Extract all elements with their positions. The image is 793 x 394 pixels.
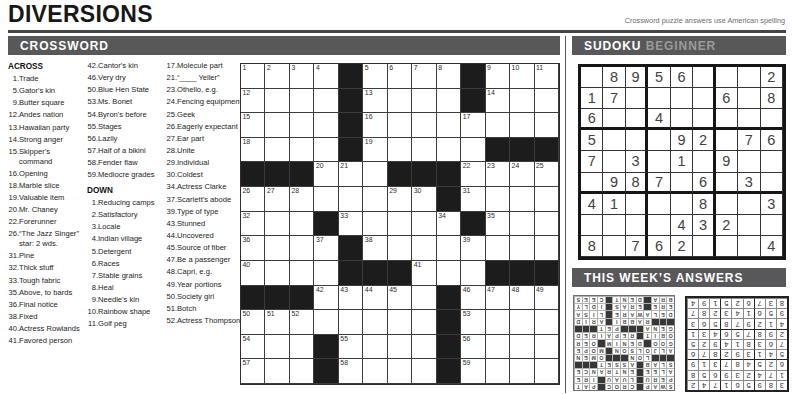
- crossword-cell[interactable]: [290, 359, 314, 384]
- crossword-answer-cell: P: [589, 383, 597, 390]
- crossword-cell[interactable]: 23: [486, 162, 510, 187]
- sudoku-empty-cell[interactable]: [603, 151, 625, 172]
- sudoku-answer-cell: 4: [687, 298, 698, 308]
- crossword-cell[interactable]: [510, 236, 534, 261]
- crossword-cell[interactable]: [486, 335, 510, 360]
- crossword-answer-cell: I: [589, 310, 597, 317]
- crossword-cell[interactable]: [314, 310, 338, 335]
- sudoku-answer-cell: 9: [765, 329, 776, 339]
- sudoku-empty-cell[interactable]: [648, 88, 670, 109]
- cell-number: 42: [316, 286, 324, 293]
- clue-item: 43.Stunned: [166, 219, 242, 229]
- crossword-cell[interactable]: [437, 89, 461, 114]
- sudoku-empty-cell[interactable]: [626, 194, 648, 215]
- sudoku-given-cell: 7: [738, 130, 760, 151]
- sudoku-empty-cell[interactable]: [761, 151, 783, 172]
- crossword-answer-cell: L: [582, 303, 590, 310]
- crossword-cell[interactable]: [265, 89, 289, 114]
- crossword-cell[interactable]: [388, 113, 412, 138]
- crossword-cell[interactable]: [535, 359, 559, 384]
- crossword-cell[interactable]: [388, 89, 412, 114]
- sudoku-empty-cell[interactable]: [671, 194, 693, 215]
- crossword-answer-cell: L: [636, 347, 644, 354]
- crossword-black-cell: [290, 162, 314, 187]
- clue-text: Actress Rowlands: [19, 324, 84, 334]
- clue-text: Strong anger: [19, 135, 84, 145]
- crossword-cell[interactable]: [388, 212, 412, 237]
- crossword-cell[interactable]: 2: [265, 64, 289, 89]
- crossword-cell[interactable]: 5: [363, 64, 387, 89]
- sudoku-answer-cell: 3: [698, 329, 709, 339]
- crossword-cell[interactable]: [339, 187, 363, 212]
- sudoku-answer-cell: 7: [776, 339, 787, 349]
- sudoku-empty-cell[interactable]: [603, 130, 625, 151]
- crossword-answer-cell: [651, 318, 659, 325]
- clue-number: 7.: [87, 271, 98, 281]
- crossword-cell[interactable]: 12: [241, 89, 265, 114]
- crossword-cell[interactable]: [388, 335, 412, 360]
- crossword-cell[interactable]: [412, 113, 436, 138]
- sudoku-empty-cell[interactable]: [581, 215, 603, 236]
- crossword-cell[interactable]: [265, 359, 289, 384]
- crossword-cell[interactable]: 10: [510, 64, 534, 89]
- crossword-cell[interactable]: [265, 236, 289, 261]
- crossword-cell[interactable]: [265, 335, 289, 360]
- crossword-section-title: CROSSWORD: [20, 39, 109, 53]
- sudoku-answer-cell: 3: [754, 339, 765, 349]
- sudoku-answer-cell: 6: [709, 370, 720, 380]
- crossword-cell[interactable]: [412, 138, 436, 163]
- crossword-cell[interactable]: 16: [363, 113, 387, 138]
- crossword-cell[interactable]: [314, 113, 338, 138]
- crossword-answer-cell: C: [628, 383, 636, 390]
- crossword-answer-cell: T: [612, 296, 620, 303]
- cell-number: 52: [291, 310, 299, 317]
- cell-number: 58: [340, 359, 348, 366]
- crossword-answer-cell: [628, 325, 636, 332]
- clue-number: 57.: [87, 146, 98, 156]
- crossword-cell[interactable]: [535, 187, 559, 212]
- sudoku-answer-cell: 1: [743, 308, 754, 318]
- crossword-answer-cell: [589, 361, 597, 368]
- crossword-cell[interactable]: [290, 212, 314, 237]
- clue-text: Valuable item: [19, 193, 84, 203]
- crossword-answer-cell: E: [628, 368, 636, 375]
- clue-number: 9.: [8, 98, 19, 108]
- crossword-cell[interactable]: [314, 138, 338, 163]
- crossword-cell[interactable]: 34: [437, 212, 461, 237]
- crossword-cell[interactable]: [535, 236, 559, 261]
- clue-item: 54.Byron's before: [87, 110, 163, 120]
- crossword-answer-cell: L: [659, 347, 667, 354]
- crossword-answer-cell: I: [589, 376, 597, 383]
- crossword-cell[interactable]: [388, 310, 412, 335]
- crossword-cell[interactable]: 26: [241, 187, 265, 212]
- sudoku-grid: 8956217686459276731998763418343287624: [578, 64, 786, 260]
- crossword-cell[interactable]: [437, 236, 461, 261]
- crossword-answer-cell: [643, 296, 651, 303]
- crossword-cell[interactable]: 58: [339, 359, 363, 384]
- crossword-cell[interactable]: [510, 359, 534, 384]
- cell-number: 50: [243, 310, 251, 317]
- sudoku-empty-cell[interactable]: [671, 173, 693, 194]
- crossword-cell[interactable]: 27: [265, 187, 289, 212]
- crossword-cell[interactable]: 29: [388, 187, 412, 212]
- sudoku-answer-cell: 8: [731, 359, 742, 369]
- crossword-cell[interactable]: [412, 359, 436, 384]
- crossword-cell[interactable]: 38: [363, 236, 387, 261]
- crossword-answer-cell: I: [597, 303, 605, 310]
- clue-number: 14.: [8, 135, 19, 145]
- crossword-answer-cell: R: [651, 376, 659, 383]
- crossword-cell[interactable]: 36: [241, 236, 265, 261]
- crossword-cell[interactable]: 30: [412, 187, 436, 212]
- crossword-cell[interactable]: [412, 89, 436, 114]
- sudoku-answer-cell: 5: [754, 359, 765, 369]
- crossword-cell[interactable]: 52: [290, 310, 314, 335]
- crossword-cell[interactable]: [290, 236, 314, 261]
- crossword-answer-cell: B: [659, 332, 667, 339]
- crossword-cell[interactable]: [461, 261, 485, 286]
- sudoku-empty-cell[interactable]: [626, 130, 648, 151]
- crossword-cell[interactable]: 1: [241, 64, 265, 89]
- crossword-answer-cell: O: [659, 339, 667, 346]
- crossword-cell[interactable]: [412, 286, 436, 311]
- crossword-cell[interactable]: [437, 138, 461, 163]
- crossword-cell[interactable]: 48: [510, 286, 534, 311]
- clue-text: Actress Clarke: [177, 182, 242, 192]
- crossword-cell[interactable]: 55: [339, 335, 363, 360]
- crossword-answer-cell: N: [620, 368, 628, 375]
- cell-number: 37: [316, 236, 324, 243]
- crossword-cell[interactable]: [363, 335, 387, 360]
- crossword-cell[interactable]: [388, 138, 412, 163]
- crossword-cell[interactable]: 41: [412, 261, 436, 286]
- crossword-answer-cell: E: [574, 347, 582, 354]
- crossword-cell[interactable]: [535, 310, 559, 335]
- sudoku-given-cell: 1: [671, 151, 693, 172]
- crossword-cell[interactable]: [388, 359, 412, 384]
- crossword-cell[interactable]: [510, 310, 534, 335]
- crossword-cell[interactable]: 15: [241, 113, 265, 138]
- crossword-cell[interactable]: 32: [241, 212, 265, 237]
- crossword-cell[interactable]: 53: [461, 310, 485, 335]
- crossword-black-cell: [339, 138, 363, 163]
- crossword-cell[interactable]: [265, 113, 289, 138]
- crossword-cell[interactable]: 37: [314, 236, 338, 261]
- crossword-cell[interactable]: [363, 310, 387, 335]
- crossword-cell[interactable]: 57: [241, 359, 265, 384]
- crossword-black-cell: [510, 138, 534, 163]
- sudoku-given-cell: 4: [648, 109, 670, 130]
- crossword-cell[interactable]: [290, 138, 314, 163]
- crossword-cell[interactable]: 18: [241, 138, 265, 163]
- sudoku-empty-cell[interactable]: [603, 236, 625, 257]
- diversions-page: DIVERSIONS Crossword puzzle answers use …: [0, 0, 793, 394]
- sudoku-answer-cell: 3: [687, 318, 698, 328]
- crossword-cell[interactable]: 49: [535, 286, 559, 311]
- column-divider: [565, 36, 566, 393]
- crossword-cell[interactable]: [412, 335, 436, 360]
- sudoku-empty-cell[interactable]: [671, 88, 693, 109]
- crossword-answer-cell: [574, 361, 582, 368]
- crossword-cell[interactable]: [363, 359, 387, 384]
- crossword-cell[interactable]: [486, 113, 510, 138]
- crossword-cell[interactable]: 14: [486, 89, 510, 114]
- crossword-cell[interactable]: 54: [241, 335, 265, 360]
- sudoku-empty-cell[interactable]: [693, 67, 715, 88]
- crossword-cell[interactable]: 50: [241, 310, 265, 335]
- cell-number: 32: [243, 212, 251, 219]
- crossword-black-cell: [461, 212, 485, 237]
- crossword-cell[interactable]: [314, 261, 338, 286]
- sudoku-empty-cell[interactable]: [648, 215, 670, 236]
- crossword-answer-cell: S: [612, 361, 620, 368]
- sudoku-empty-cell[interactable]: [693, 109, 715, 130]
- crossword-cell[interactable]: 6: [388, 64, 412, 89]
- sudoku-empty-cell[interactable]: [626, 215, 648, 236]
- sudoku-empty-cell[interactable]: [738, 67, 760, 88]
- sudoku-empty-cell[interactable]: [671, 109, 693, 130]
- sudoku-empty-cell[interactable]: [738, 109, 760, 130]
- crossword-cell[interactable]: [290, 113, 314, 138]
- crossword-cell[interactable]: [535, 113, 559, 138]
- sudoku-answer-cell: 9: [776, 308, 787, 318]
- crossword-cell[interactable]: [486, 236, 510, 261]
- crossword-cell[interactable]: [535, 89, 559, 114]
- crossword-cell[interactable]: [535, 212, 559, 237]
- crossword-cell[interactable]: [363, 212, 387, 237]
- clue-item: 47.Be a passenger: [166, 255, 242, 265]
- crossword-answer-cell: R: [643, 318, 651, 325]
- cell-number: 35: [487, 212, 495, 219]
- crossword-answer-cell: O: [612, 383, 620, 390]
- sudoku-empty-cell[interactable]: [716, 67, 738, 88]
- crossword-cell[interactable]: [510, 335, 534, 360]
- crossword-answer-cell: R: [659, 303, 667, 310]
- clue-item: 16.Opening: [8, 169, 84, 179]
- sudoku-answer-cell: 4: [754, 370, 765, 380]
- crossword-answer-cell: Y: [574, 303, 582, 310]
- crossword-cell[interactable]: [461, 138, 485, 163]
- sudoku-empty-cell[interactable]: [581, 67, 603, 88]
- crossword-cell[interactable]: 59: [461, 359, 485, 384]
- crossword-cell[interactable]: [265, 138, 289, 163]
- sudoku-answer-cell: 6: [754, 308, 765, 318]
- clue-item: 25.Geek: [166, 110, 242, 120]
- clue-item: 4.Indian village: [87, 234, 163, 244]
- crossword-answer-cell: O: [651, 339, 659, 346]
- crossword-cell[interactable]: [486, 310, 510, 335]
- crossword-cell[interactable]: 17: [461, 113, 485, 138]
- sudoku-empty-cell[interactable]: [603, 215, 625, 236]
- crossword-cell[interactable]: [486, 187, 510, 212]
- sudoku-empty-cell[interactable]: [693, 236, 715, 257]
- sudoku-empty-cell[interactable]: [738, 151, 760, 172]
- crossword-cell[interactable]: 33: [339, 212, 363, 237]
- crossword-answer-cell: P: [643, 383, 651, 390]
- cell-number: 7: [414, 64, 418, 71]
- sudoku-empty-cell[interactable]: [626, 88, 648, 109]
- sudoku-empty-cell[interactable]: [738, 236, 760, 257]
- sudoku-empty-cell[interactable]: [761, 109, 783, 130]
- crossword-black-cell: [339, 113, 363, 138]
- crossword-cell[interactable]: 4: [314, 64, 338, 89]
- crossword-answer-cell: A: [651, 296, 659, 303]
- crossword-cell[interactable]: 45: [388, 286, 412, 311]
- crossword-cell[interactable]: [437, 113, 461, 138]
- clue-item: 18.Marble slice: [8, 181, 84, 191]
- crossword-cell[interactable]: 31: [461, 187, 485, 212]
- crossword-answer-cell: O: [636, 354, 644, 361]
- crossword-cell[interactable]: [510, 113, 534, 138]
- crossword-cell[interactable]: [535, 335, 559, 360]
- crossword-cell[interactable]: 9: [486, 64, 510, 89]
- sudoku-empty-cell[interactable]: [716, 194, 738, 215]
- crossword-answer-cell: E: [636, 303, 644, 310]
- sudoku-empty-cell[interactable]: [581, 173, 603, 194]
- sudoku-empty-cell[interactable]: [693, 88, 715, 109]
- cell-number: 1: [243, 64, 247, 71]
- sudoku-answer-cell: 9: [698, 298, 709, 308]
- sudoku-empty-cell[interactable]: [693, 151, 715, 172]
- crossword-cell[interactable]: 44: [363, 286, 387, 311]
- crossword-cell[interactable]: 7: [412, 64, 436, 89]
- crossword-cell[interactable]: [339, 310, 363, 335]
- crossword-cell[interactable]: 39: [461, 236, 485, 261]
- crossword-cell[interactable]: 22: [461, 162, 485, 187]
- crossword-black-cell: [535, 261, 559, 286]
- clue-text: Mr. Chaney: [19, 205, 84, 215]
- crossword-black-cell: [314, 359, 338, 384]
- sudoku-empty-cell[interactable]: [716, 109, 738, 130]
- clue-item: 56.Lazily: [87, 134, 163, 144]
- crossword-cell[interactable]: [265, 261, 289, 286]
- crossword-cell[interactable]: 56: [461, 335, 485, 360]
- crossword-cell[interactable]: [290, 335, 314, 360]
- sudoku-empty-cell[interactable]: [648, 151, 670, 172]
- crossword-cell[interactable]: 19: [363, 138, 387, 163]
- sudoku-empty-cell[interactable]: [738, 194, 760, 215]
- sudoku-answer-cell: 7: [687, 308, 698, 318]
- crossword-cell[interactable]: 24: [510, 162, 534, 187]
- crossword-cell[interactable]: [363, 187, 387, 212]
- clue-number: 37.: [166, 195, 177, 205]
- clue-number: 46.: [87, 73, 98, 83]
- cell-number: 56: [463, 335, 471, 342]
- clue-text: Mediocre grades: [98, 170, 163, 180]
- sudoku-empty-cell[interactable]: [648, 130, 670, 151]
- crossword-answer-cell: [574, 325, 582, 332]
- sudoku-given-cell: 6: [693, 173, 715, 194]
- crossword-answer-cell: N: [612, 347, 620, 354]
- clue-item: 5.Detergent: [87, 247, 163, 257]
- sudoku-given-cell: 8: [581, 236, 603, 257]
- crossword-cell[interactable]: [314, 187, 338, 212]
- sudoku-empty-cell[interactable]: [738, 88, 760, 109]
- crossword-cell[interactable]: 25: [535, 162, 559, 187]
- clue-number: 19.: [8, 193, 19, 203]
- sudoku-empty-cell[interactable]: [716, 130, 738, 151]
- sudoku-empty-cell[interactable]: [738, 215, 760, 236]
- crossword-cell[interactable]: 43: [339, 286, 363, 311]
- crossword-cell[interactable]: 20: [314, 162, 338, 187]
- crossword-cell[interactable]: [290, 89, 314, 114]
- crossword-answer-cell: W: [636, 310, 644, 317]
- crossword-answer-cell: A: [636, 318, 644, 325]
- crossword-cell[interactable]: [412, 212, 436, 237]
- crossword-cell[interactable]: 40: [241, 261, 265, 286]
- clue-item: 35.Above, to bards: [8, 288, 84, 298]
- crossword-cell[interactable]: 13: [363, 89, 387, 114]
- crossword-cell[interactable]: [363, 162, 387, 187]
- sudoku-empty-cell[interactable]: [716, 173, 738, 194]
- clue-text: Botch: [177, 304, 242, 314]
- crossword-cell[interactable]: [290, 261, 314, 286]
- sudoku-given-cell: 9: [603, 173, 625, 194]
- crossword-cell[interactable]: 8: [437, 64, 461, 89]
- crossword-cell[interactable]: 46: [461, 286, 485, 311]
- crossword-answer-cell: P: [666, 376, 674, 383]
- crossword-cell[interactable]: [314, 89, 338, 114]
- crossword-cell[interactable]: [412, 236, 436, 261]
- crossword-cell[interactable]: [388, 236, 412, 261]
- crossword-cell[interactable]: [486, 359, 510, 384]
- crossword-cell[interactable]: 35: [486, 212, 510, 237]
- crossword-answer-cell: E: [582, 339, 590, 346]
- clue-number: 29.: [166, 158, 177, 168]
- clue-column: 17.Molecule part21.“____ Yeller”23.Othel…: [166, 61, 242, 392]
- crossword-answer-cell: A: [643, 325, 651, 332]
- clue-text: “The Jazz Singer” star: 2 wds.: [19, 229, 84, 248]
- crossword-cell[interactable]: [510, 89, 534, 114]
- sudoku-answer-cell: 8: [709, 349, 720, 359]
- sudoku-empty-cell[interactable]: [626, 109, 648, 130]
- crossword-cell[interactable]: 42: [314, 286, 338, 311]
- clue-item: 3.Locale: [87, 222, 163, 232]
- sudoku-empty-cell[interactable]: [648, 194, 670, 215]
- clue-number: 25.: [166, 110, 177, 120]
- clue-text: Rainbow shape: [98, 307, 163, 317]
- clue-number: 48.: [166, 267, 177, 277]
- clue-item: 28.Unite: [166, 146, 242, 156]
- crossword-cell[interactable]: 11: [535, 64, 559, 89]
- crossword-cell[interactable]: 47: [486, 286, 510, 311]
- crossword-cell[interactable]: [510, 187, 534, 212]
- clue-number: 12.: [8, 110, 19, 120]
- clue-column: ACROSS1.Trade5.Gator's kin9.Butter squar…: [8, 61, 84, 392]
- crossword-cell[interactable]: [510, 212, 534, 237]
- crossword-cell[interactable]: 51: [265, 310, 289, 335]
- crossword-cell[interactable]: [412, 310, 436, 335]
- sudoku-empty-cell[interactable]: [603, 109, 625, 130]
- crossword-cell[interactable]: 21: [339, 162, 363, 187]
- sudoku-empty-cell[interactable]: [716, 236, 738, 257]
- cell-number: 9: [487, 64, 491, 71]
- sudoku-empty-cell[interactable]: [761, 173, 783, 194]
- clue-text: Geek: [177, 110, 242, 120]
- crossword-cell[interactable]: 28: [290, 187, 314, 212]
- crossword-cell[interactable]: [265, 212, 289, 237]
- crossword-cell[interactable]: [437, 261, 461, 286]
- crossword-answer-cell: I: [582, 318, 590, 325]
- sudoku-empty-cell[interactable]: [761, 215, 783, 236]
- crossword-answer-cell: S: [582, 310, 590, 317]
- sudoku-answer-cell: 6: [743, 298, 754, 308]
- clue-text: Othello, e.g.: [177, 85, 242, 95]
- clue-text: Forerunner: [19, 217, 84, 227]
- crossword-cell[interactable]: 3: [290, 64, 314, 89]
